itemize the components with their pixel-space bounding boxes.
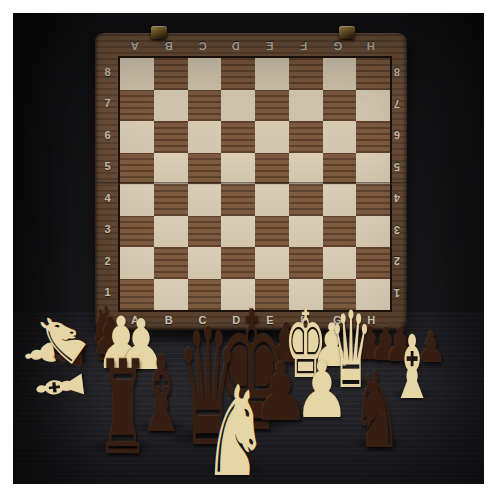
square-g1 [323,279,357,311]
square-f2 [289,247,323,279]
square-g7 [323,90,357,122]
square-e2 [255,247,289,279]
square-e6 [255,121,289,153]
file-labels-top: ABCDEFGH [118,38,388,54]
product-photo-frame: ABCDEFGH ABCDEFGH 87654321 87654321 ♞♝♟♟… [0,0,500,500]
square-c8 [188,58,222,90]
file-label: E [253,38,287,54]
file-label: F [287,38,321,54]
square-f1 [289,279,323,311]
rank-labels-right: 87654321 [389,56,405,308]
file-label: H [354,312,388,328]
square-d2 [221,247,255,279]
square-h1 [356,279,390,311]
square-c4 [188,184,222,216]
square-a4 [120,184,154,216]
rank-labels-left: 87654321 [98,56,117,308]
square-a2 [120,247,154,279]
square-e1 [255,279,289,311]
square-h2 [356,247,390,279]
square-h5 [356,153,390,185]
rank-label: 4 [98,182,117,214]
square-f5 [289,153,323,185]
rank-label: 5 [98,151,117,183]
square-d7 [221,90,255,122]
rank-label: 3 [98,214,117,246]
square-b4 [154,184,188,216]
square-b3 [154,216,188,248]
file-label: C [186,312,220,328]
square-d4 [221,184,255,216]
rank-label: 7 [389,88,405,120]
square-b1 [154,279,188,311]
square-g2 [323,247,357,279]
square-c3 [188,216,222,248]
file-label: C [186,38,220,54]
square-f7 [289,90,323,122]
file-label: B [152,38,186,54]
square-h4 [356,184,390,216]
square-c5 [188,153,222,185]
square-g5 [323,153,357,185]
square-h7 [356,90,390,122]
square-g3 [323,216,357,248]
square-f3 [289,216,323,248]
file-label: G [321,38,355,54]
square-d6 [221,121,255,153]
rank-label: 4 [389,182,405,214]
square-c6 [188,121,222,153]
square-a5 [120,153,154,185]
square-f8 [289,58,323,90]
square-e8 [255,58,289,90]
rank-label: 2 [389,245,405,277]
square-f4 [289,184,323,216]
square-e3 [255,216,289,248]
square-g4 [323,184,357,216]
rank-label: 8 [98,56,117,88]
square-e4 [255,184,289,216]
file-label: B [152,312,186,328]
square-b8 [154,58,188,90]
rank-label: 6 [98,119,117,151]
fold-seam [95,182,407,185]
chessboard: ABCDEFGH ABCDEFGH 87654321 87654321 [95,33,407,330]
square-h3 [356,216,390,248]
square-g8 [323,58,357,90]
square-c7 [188,90,222,122]
square-b5 [154,153,188,185]
square-a8 [120,58,154,90]
square-h6 [356,121,390,153]
square-b6 [154,121,188,153]
photo: ABCDEFGH ABCDEFGH 87654321 87654321 ♞♝♟♟… [13,13,484,484]
square-d3 [221,216,255,248]
file-label: D [219,312,253,328]
file-label: G [321,312,355,328]
square-f6 [289,121,323,153]
rank-label: 7 [98,88,117,120]
square-b2 [154,247,188,279]
file-label: A [118,38,152,54]
square-d8 [221,58,255,90]
square-h8 [356,58,390,90]
square-e5 [255,153,289,185]
file-label: A [118,312,152,328]
file-labels-bottom: ABCDEFGH [118,312,388,328]
rank-label: 8 [389,56,405,88]
rank-label: 6 [389,119,405,151]
file-label: F [287,312,321,328]
rank-label: 5 [389,151,405,183]
square-c1 [188,279,222,311]
square-a1 [120,279,154,311]
file-label: H [354,38,388,54]
square-g6 [323,121,357,153]
rank-label: 1 [98,277,117,309]
rank-label: 2 [98,245,117,277]
square-b7 [154,90,188,122]
square-a3 [120,216,154,248]
square-a6 [120,121,154,153]
square-c2 [188,247,222,279]
rank-label: 3 [389,214,405,246]
file-label: D [219,38,253,54]
square-d1 [221,279,255,311]
square-a7 [120,90,154,122]
rank-label: 1 [389,277,405,309]
file-label: E [253,312,287,328]
square-e7 [255,90,289,122]
square-d5 [221,153,255,185]
